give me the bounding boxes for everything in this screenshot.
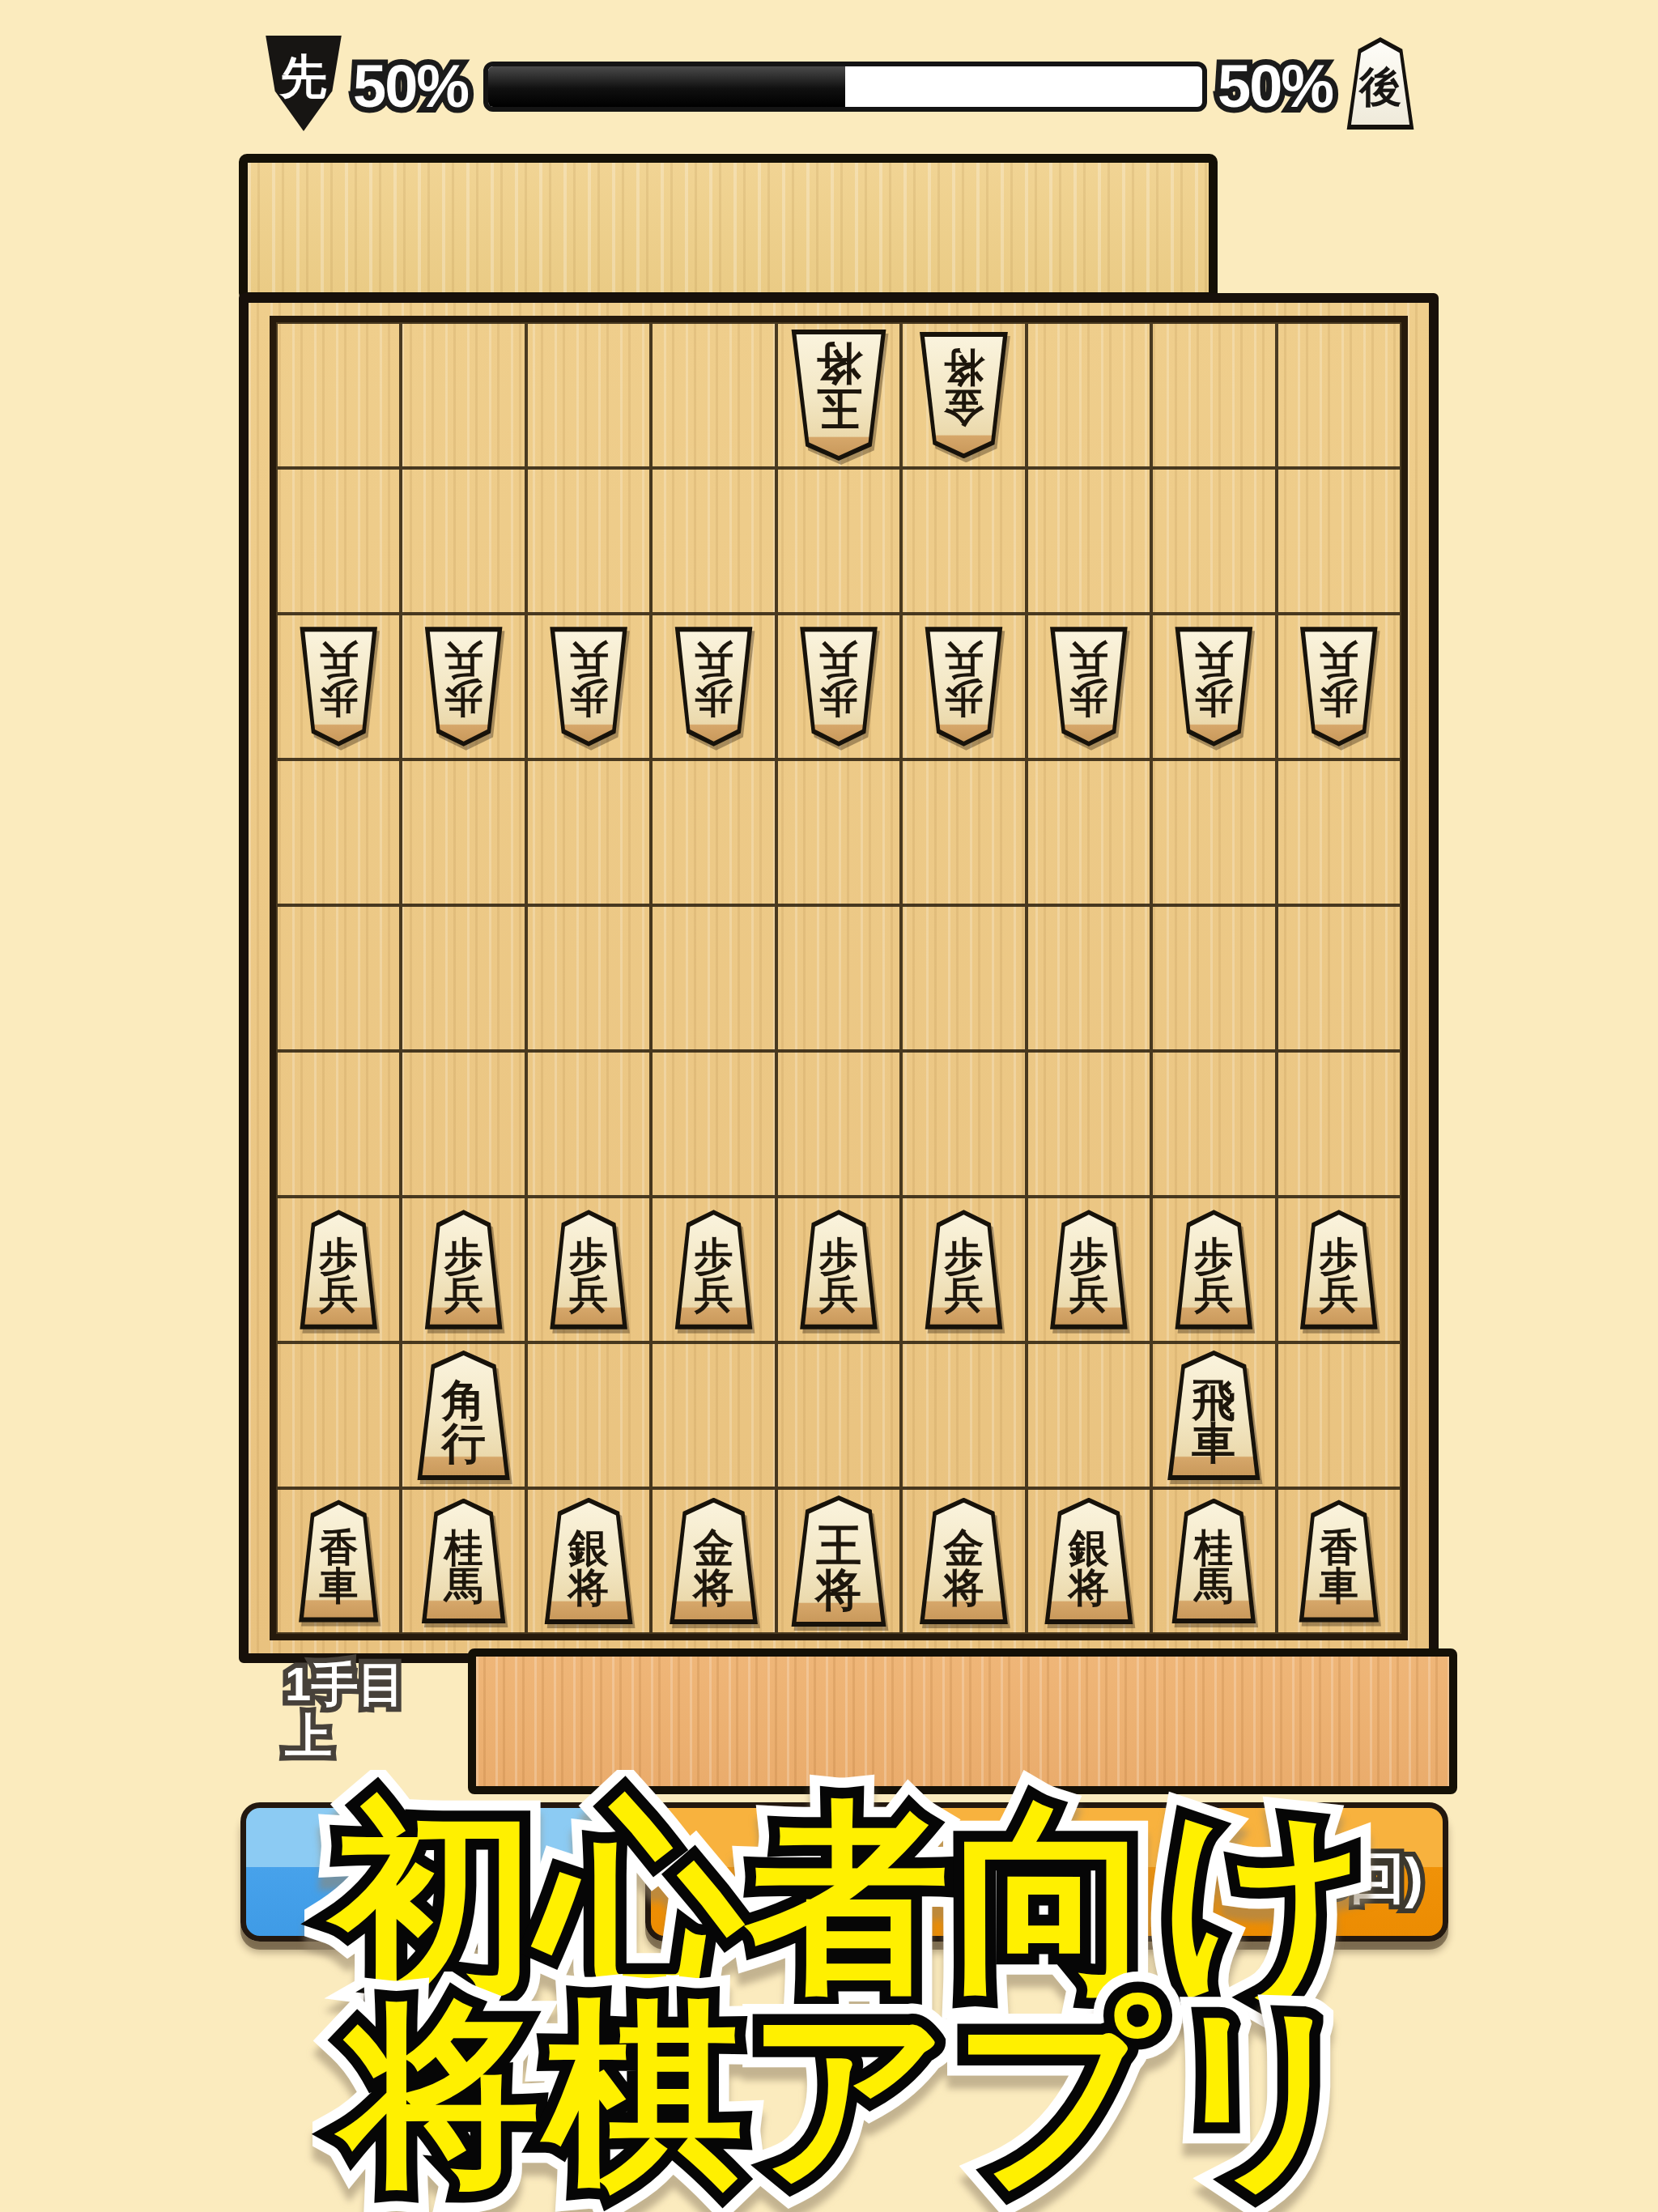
board-square-r2-c2[interactable] [401, 468, 525, 614]
sente-piece-歩兵[interactable]: 歩兵 [1294, 1210, 1384, 1329]
board-square-r3-c2[interactable]: 歩兵 [401, 614, 525, 759]
piece-kanji: 歩兵 [793, 627, 883, 747]
gote-piece-歩兵[interactable]: 歩兵 [1044, 627, 1133, 747]
board-square-r1-c4[interactable] [651, 322, 776, 468]
board-square-r3-c8[interactable]: 歩兵 [1151, 614, 1276, 759]
board-square-r2-c5[interactable] [776, 468, 901, 614]
sente-piece-歩兵[interactable]: 歩兵 [919, 1210, 1009, 1329]
board-square-r7-c8[interactable]: 歩兵 [1151, 1197, 1276, 1342]
board-square-r2-c7[interactable] [1027, 468, 1151, 614]
piece-kanji: 桂馬 [414, 1499, 512, 1624]
board-square-r6-c9[interactable] [1277, 1051, 1401, 1197]
board-square-r6-c4[interactable] [651, 1051, 776, 1197]
win-rate-bar [483, 62, 1207, 112]
board-square-r7-c9[interactable]: 歩兵 [1277, 1197, 1401, 1342]
piece-kanji: 歩兵 [544, 627, 634, 747]
board-square-r8-c6[interactable] [901, 1342, 1026, 1488]
board-square-r3-c1[interactable]: 歩兵 [276, 614, 401, 759]
sente-piece-歩兵[interactable]: 歩兵 [1044, 1210, 1133, 1329]
gote-captured-pieces-tray [239, 154, 1218, 301]
board-square-r5-c5[interactable] [776, 905, 901, 1051]
board-square-r4-c8[interactable] [1151, 759, 1276, 905]
gote-piece-歩兵[interactable]: 歩兵 [1294, 627, 1384, 747]
board-grid: 玉将金将歩兵歩兵歩兵歩兵歩兵歩兵歩兵歩兵歩兵歩兵歩兵歩兵歩兵歩兵歩兵歩兵歩兵歩兵… [270, 316, 1408, 1640]
board-square-r3-c4[interactable]: 歩兵 [651, 614, 776, 759]
board-square-r2-c6[interactable] [901, 468, 1026, 614]
gote-piece-歩兵[interactable]: 歩兵 [419, 627, 508, 747]
piece-kanji: 歩兵 [294, 1210, 384, 1329]
board-square-r9-c1[interactable]: 香車 [276, 1488, 401, 1634]
piece-kanji: 角行 [410, 1351, 517, 1480]
piece-kanji: 香車 [292, 1499, 385, 1622]
piece-kanji: 飛車 [1160, 1351, 1268, 1480]
sente-win-percent: 50% 50% [353, 52, 468, 121]
board-square-r4-c2[interactable] [401, 759, 525, 905]
board-square-r7-c2[interactable]: 歩兵 [401, 1197, 525, 1342]
board-square-r8-c7[interactable] [1027, 1342, 1151, 1488]
board-square-r1-c2[interactable] [401, 322, 525, 468]
gote-piece-icon: 後 [1342, 37, 1418, 130]
gote-piece-歩兵[interactable]: 歩兵 [919, 627, 1009, 747]
sente-piece-香車[interactable]: 香車 [1293, 1499, 1385, 1622]
board-square-r5-c8[interactable] [1151, 905, 1276, 1051]
board-square-r6-c3[interactable] [526, 1051, 651, 1197]
board-square-r4-c5[interactable] [776, 759, 901, 905]
board-square-r5-c4[interactable] [651, 905, 776, 1051]
piece-kanji: 歩兵 [1044, 1210, 1133, 1329]
board-square-r6-c2[interactable] [401, 1051, 525, 1197]
piece-kanji: 歩兵 [1169, 1210, 1259, 1329]
piece-kanji: 歩兵 [1044, 627, 1133, 747]
board-square-r2-c4[interactable] [651, 468, 776, 614]
piece-kanji: 王将 [784, 1495, 894, 1627]
board-square-r1-c8[interactable] [1151, 322, 1276, 468]
piece-kanji: 歩兵 [669, 627, 759, 747]
board-square-r4-c7[interactable] [1027, 759, 1151, 905]
board-square-r6-c6[interactable] [901, 1051, 1026, 1197]
gote-piece-歩兵[interactable]: 歩兵 [1169, 627, 1259, 747]
board-square-r1-c1[interactable] [276, 322, 401, 468]
piece-kanji: 香車 [1293, 1499, 1385, 1622]
board-square-r8-c3[interactable] [526, 1342, 651, 1488]
sente-piece-桂馬[interactable]: 桂馬 [1165, 1499, 1262, 1624]
board-square-r6-c1[interactable] [276, 1051, 401, 1197]
gote-piece-歩兵[interactable]: 歩兵 [669, 627, 759, 747]
piece-kanji: 金将 [912, 1498, 1015, 1625]
gote-icon-label: 後 [1359, 59, 1401, 116]
board-square-r3-c5[interactable]: 歩兵 [776, 614, 901, 759]
sente-piece-金将[interactable]: 金将 [912, 1498, 1015, 1625]
board-square-r9-c5[interactable]: 王将 [776, 1488, 901, 1634]
board-square-r7-c4[interactable]: 歩兵 [651, 1197, 776, 1342]
gote-piece-金将[interactable]: 金将 [912, 332, 1015, 459]
sente-piece-王将[interactable]: 王将 [784, 1495, 894, 1627]
piece-kanji: 歩兵 [1169, 627, 1259, 747]
gote-piece-歩兵[interactable]: 歩兵 [544, 627, 634, 747]
board-square-r9-c9[interactable]: 香車 [1277, 1488, 1401, 1634]
board-square-r8-c2[interactable]: 角行 [401, 1342, 525, 1488]
piece-kanji: 歩兵 [1294, 627, 1384, 747]
board-square-r9-c7[interactable]: 銀将 [1027, 1488, 1151, 1634]
board-square-r8-c5[interactable] [776, 1342, 901, 1488]
board-square-r9-c3[interactable]: 銀将 [526, 1488, 651, 1634]
board-square-r5-c1[interactable] [276, 905, 401, 1051]
piece-kanji: 歩兵 [919, 627, 1009, 747]
sente-piece-銀将[interactable]: 銀将 [538, 1498, 640, 1625]
board-square-r6-c8[interactable] [1151, 1051, 1276, 1197]
sente-piece-歩兵[interactable]: 歩兵 [669, 1210, 759, 1329]
piece-kanji: 歩兵 [1294, 1210, 1384, 1329]
sente-piece-香車[interactable]: 香車 [292, 1499, 385, 1622]
sente-piece-角行[interactable]: 角行 [410, 1351, 517, 1480]
board-square-r2-c8[interactable] [1151, 468, 1276, 614]
gote-piece-icon-face: 後 [1347, 42, 1414, 125]
gote-win-percent: 50% 50% [1218, 52, 1333, 121]
board-square-r7-c7[interactable]: 歩兵 [1027, 1197, 1151, 1342]
board-square-r9-c6[interactable]: 金将 [901, 1488, 1026, 1634]
sente-piece-歩兵[interactable]: 歩兵 [544, 1210, 634, 1329]
board-square-r8-c8[interactable]: 飛車 [1151, 1342, 1276, 1488]
board-square-r8-c9[interactable] [1277, 1342, 1401, 1488]
sente-piece-飛車[interactable]: 飛車 [1160, 1351, 1268, 1480]
piece-kanji: 歩兵 [669, 1210, 759, 1329]
piece-kanji: 金将 [662, 1498, 765, 1625]
board-square-r5-c2[interactable] [401, 905, 525, 1051]
sente-piece-金将[interactable]: 金将 [662, 1498, 765, 1625]
board-square-r9-c2[interactable]: 桂馬 [401, 1488, 525, 1634]
gote-piece-玉将[interactable]: 玉将 [784, 330, 894, 461]
board-square-r7-c3[interactable]: 歩兵 [526, 1197, 651, 1342]
gote-piece-歩兵[interactable]: 歩兵 [793, 627, 883, 747]
piece-kanji: 歩兵 [919, 1210, 1009, 1329]
turn-label: 上 上 [285, 1705, 332, 1768]
board-square-r4-c1[interactable] [276, 759, 401, 905]
board-square-r5-c7[interactable] [1027, 905, 1151, 1051]
piece-kanji: 歩兵 [544, 1210, 634, 1329]
board-square-r6-c7[interactable] [1027, 1051, 1151, 1197]
board-square-r9-c4[interactable]: 金将 [651, 1488, 776, 1634]
piece-kanji: 銀将 [1038, 1498, 1141, 1625]
win-rate-bar-sente-fill [488, 66, 845, 107]
board-square-r8-c4[interactable] [651, 1342, 776, 1488]
board-square-r7-c1[interactable]: 歩兵 [276, 1197, 401, 1342]
board-square-r1-c9[interactable] [1277, 322, 1401, 468]
sente-piece-歩兵[interactable]: 歩兵 [1169, 1210, 1259, 1329]
board-square-r1-c6[interactable]: 金将 [901, 322, 1026, 468]
board-square-r1-c5[interactable]: 玉将 [776, 322, 901, 468]
board-square-r5-c6[interactable] [901, 905, 1026, 1051]
board-square-r1-c3[interactable] [526, 322, 651, 468]
piece-kanji: 歩兵 [419, 627, 508, 747]
piece-kanji: 銀将 [538, 1498, 640, 1625]
board-square-r8-c1[interactable] [276, 1342, 401, 1488]
board-square-r1-c7[interactable] [1027, 322, 1151, 468]
gote-piece-歩兵[interactable]: 歩兵 [294, 627, 384, 747]
board-square-r2-c9[interactable] [1277, 468, 1401, 614]
board-square-r2-c3[interactable] [526, 468, 651, 614]
sente-piece-icon: 先 [261, 36, 346, 131]
board-square-r7-c5[interactable]: 歩兵 [776, 1197, 901, 1342]
piece-kanji: 歩兵 [419, 1210, 508, 1329]
board-square-r3-c7[interactable]: 歩兵 [1027, 614, 1151, 759]
board-square-r2-c1[interactable] [276, 468, 401, 614]
piece-kanji: 桂馬 [1165, 1499, 1262, 1624]
sente-piece-銀将[interactable]: 銀将 [1038, 1498, 1141, 1625]
sente-piece-歩兵[interactable]: 歩兵 [419, 1210, 508, 1329]
board-square-r3-c3[interactable]: 歩兵 [526, 614, 651, 759]
sente-piece-歩兵[interactable]: 歩兵 [793, 1210, 883, 1329]
board-square-r3-c9[interactable]: 歩兵 [1277, 614, 1401, 759]
board-square-r9-c8[interactable]: 桂馬 [1151, 1488, 1276, 1634]
board-square-r6-c5[interactable] [776, 1051, 901, 1197]
overlay-headline-line2: 将棋アプリ 将棋アプリ 将棋アプリ [342, 1963, 1367, 2212]
sente-icon-label: 先 [280, 46, 327, 109]
sente-piece-歩兵[interactable]: 歩兵 [294, 1210, 384, 1329]
board-square-r3-c6[interactable]: 歩兵 [901, 614, 1026, 759]
sente-piece-桂馬[interactable]: 桂馬 [414, 1499, 512, 1624]
piece-kanji: 金将 [912, 332, 1015, 459]
shogi-board: 玉将金将歩兵歩兵歩兵歩兵歩兵歩兵歩兵歩兵歩兵歩兵歩兵歩兵歩兵歩兵歩兵歩兵歩兵歩兵… [239, 293, 1439, 1663]
piece-kanji: 玉将 [784, 330, 894, 461]
board-square-r4-c3[interactable] [526, 759, 651, 905]
board-square-r4-c4[interactable] [651, 759, 776, 905]
piece-kanji: 歩兵 [793, 1210, 883, 1329]
board-square-r4-c9[interactable] [1277, 759, 1401, 905]
board-square-r7-c6[interactable]: 歩兵 [901, 1197, 1026, 1342]
app-screen: 先 50% 50% 50% 50% 後 玉将金将歩兵歩兵歩兵歩兵歩兵歩兵歩兵歩兵… [0, 0, 1658, 2212]
board-square-r4-c6[interactable] [901, 759, 1026, 905]
piece-kanji: 歩兵 [294, 627, 384, 747]
board-square-r5-c3[interactable] [526, 905, 651, 1051]
board-square-r5-c9[interactable] [1277, 905, 1401, 1051]
